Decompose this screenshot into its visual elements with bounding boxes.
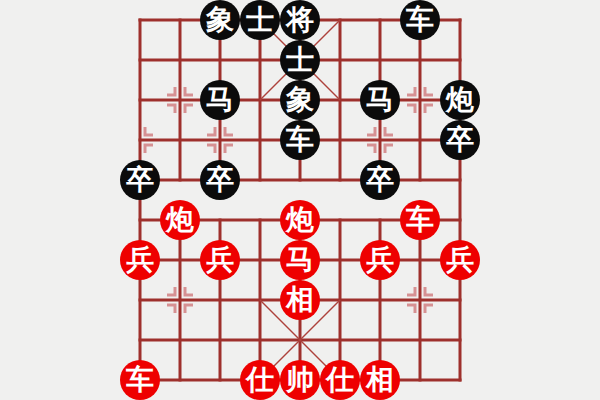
piece-red-advisor[interactable]: 仕 <box>240 360 280 400</box>
piece-black-horse[interactable]: 马 <box>360 80 400 120</box>
piece-black-advisor[interactable]: 士 <box>240 0 280 40</box>
piece-black-soldier[interactable]: 卒 <box>200 160 240 200</box>
piece-red-chariot[interactable]: 车 <box>400 200 440 240</box>
piece-black-advisor[interactable]: 士 <box>280 40 320 80</box>
piece-red-cannon[interactable]: 炮 <box>160 200 200 240</box>
piece-black-soldier[interactable]: 卒 <box>120 160 160 200</box>
piece-red-general[interactable]: 帅 <box>280 360 320 400</box>
piece-red-cannon[interactable]: 炮 <box>280 200 320 240</box>
piece-red-soldier[interactable]: 兵 <box>360 240 400 280</box>
piece-red-soldier[interactable]: 兵 <box>120 240 160 280</box>
piece-red-chariot[interactable]: 车 <box>120 360 160 400</box>
piece-black-elephant[interactable]: 象 <box>280 80 320 120</box>
piece-black-soldier[interactable]: 卒 <box>440 120 480 160</box>
piece-black-soldier[interactable]: 卒 <box>360 160 400 200</box>
piece-black-general[interactable]: 将 <box>280 0 320 40</box>
xiangqi-board-screen: 象士将车士马象马炮车卒卒卒卒炮炮车兵兵马兵兵相车仕帅仕相 <box>0 0 600 400</box>
pieces-layer: 象士将车士马象马炮车卒卒卒卒炮炮车兵兵马兵兵相车仕帅仕相 <box>0 0 600 400</box>
piece-red-soldier[interactable]: 兵 <box>200 240 240 280</box>
piece-red-elephant[interactable]: 相 <box>360 360 400 400</box>
piece-black-cannon[interactable]: 炮 <box>440 80 480 120</box>
piece-black-chariot[interactable]: 车 <box>280 120 320 160</box>
piece-black-horse[interactable]: 马 <box>200 80 240 120</box>
piece-red-elephant[interactable]: 相 <box>280 280 320 320</box>
piece-red-advisor[interactable]: 仕 <box>320 360 360 400</box>
piece-red-soldier[interactable]: 兵 <box>440 240 480 280</box>
piece-red-horse[interactable]: 马 <box>280 240 320 280</box>
piece-black-chariot[interactable]: 车 <box>400 0 440 40</box>
piece-black-elephant[interactable]: 象 <box>200 0 240 40</box>
